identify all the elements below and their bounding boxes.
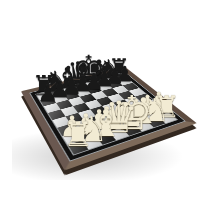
chess-set-photo: ♜♞♝♛♚♝♞♜♟♟♟♟♟♟♟♟♟♟♟♟♟♟♟♟♜♞♝♛♚♝♞♜ xyxy=(0,0,200,200)
